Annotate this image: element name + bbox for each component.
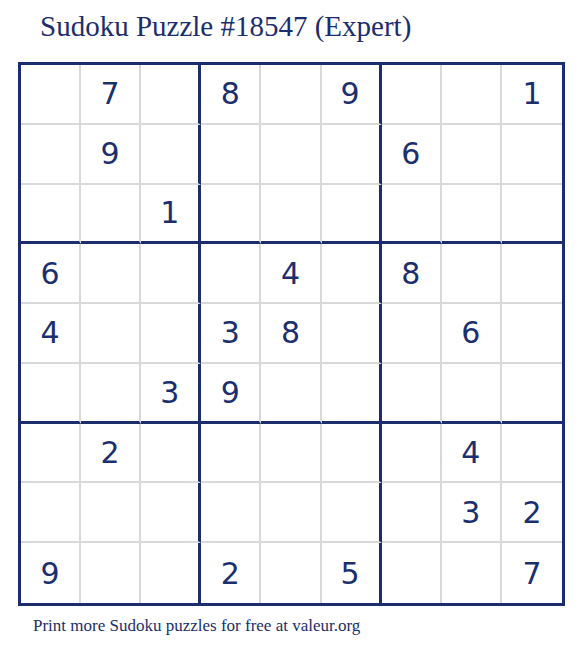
cell-r3c1[interactable] xyxy=(21,185,81,245)
sudoku-grid: 789196164843863924329257 xyxy=(21,65,562,603)
cell-r2c7[interactable]: 6 xyxy=(382,125,442,185)
cell-r5c9[interactable] xyxy=(502,304,562,364)
cell-r8c6[interactable] xyxy=(322,483,382,543)
cell-r2c2[interactable]: 9 xyxy=(81,125,141,185)
cell-r2c5[interactable] xyxy=(261,125,321,185)
cell-r3c4[interactable] xyxy=(201,185,261,245)
cell-r4c9[interactable] xyxy=(502,244,562,304)
cell-r1c6[interactable]: 9 xyxy=(322,65,382,125)
cell-r6c3[interactable]: 3 xyxy=(141,364,201,424)
cell-r4c8[interactable] xyxy=(442,244,502,304)
cell-r7c7[interactable] xyxy=(382,424,442,484)
cell-r5c8[interactable]: 6 xyxy=(442,304,502,364)
cell-r5c2[interactable] xyxy=(81,304,141,364)
cell-r6c1[interactable] xyxy=(21,364,81,424)
cell-r9c3[interactable] xyxy=(141,543,201,603)
cell-r1c4[interactable]: 8 xyxy=(201,65,261,125)
cell-r5c4[interactable]: 3 xyxy=(201,304,261,364)
cell-r7c4[interactable] xyxy=(201,424,261,484)
cell-r5c3[interactable] xyxy=(141,304,201,364)
cell-r7c8[interactable]: 4 xyxy=(442,424,502,484)
cell-r2c1[interactable] xyxy=(21,125,81,185)
cell-r8c8[interactable]: 3 xyxy=(442,483,502,543)
cell-r1c3[interactable] xyxy=(141,65,201,125)
cell-r6c5[interactable] xyxy=(261,364,321,424)
page-title: Sudoku Puzzle #18547 (Expert) xyxy=(40,10,411,43)
cell-r6c8[interactable] xyxy=(442,364,502,424)
cell-r8c3[interactable] xyxy=(141,483,201,543)
cell-r6c9[interactable] xyxy=(502,364,562,424)
cell-r4c7[interactable]: 8 xyxy=(382,244,442,304)
cell-r7c6[interactable] xyxy=(322,424,382,484)
cell-r9c4[interactable]: 2 xyxy=(201,543,261,603)
cell-r8c1[interactable] xyxy=(21,483,81,543)
cell-r1c8[interactable] xyxy=(442,65,502,125)
cell-r3c6[interactable] xyxy=(322,185,382,245)
cell-r5c5[interactable]: 8 xyxy=(261,304,321,364)
cell-r3c3[interactable]: 1 xyxy=(141,185,201,245)
cell-r7c3[interactable] xyxy=(141,424,201,484)
cell-r9c9[interactable]: 7 xyxy=(502,543,562,603)
cell-r4c4[interactable] xyxy=(201,244,261,304)
cell-r2c9[interactable] xyxy=(502,125,562,185)
cell-r1c5[interactable] xyxy=(261,65,321,125)
cell-r6c2[interactable] xyxy=(81,364,141,424)
cell-r9c6[interactable]: 5 xyxy=(322,543,382,603)
cell-r9c5[interactable] xyxy=(261,543,321,603)
sudoku-board-frame: 789196164843863924329257 xyxy=(18,62,565,606)
cell-r1c1[interactable] xyxy=(21,65,81,125)
cell-r2c4[interactable] xyxy=(201,125,261,185)
cell-r4c1[interactable]: 6 xyxy=(21,244,81,304)
cell-r9c8[interactable] xyxy=(442,543,502,603)
cell-r6c7[interactable] xyxy=(382,364,442,424)
cell-r1c7[interactable] xyxy=(382,65,442,125)
cell-r7c5[interactable] xyxy=(261,424,321,484)
cell-r6c4[interactable]: 9 xyxy=(201,364,261,424)
cell-r7c1[interactable] xyxy=(21,424,81,484)
cell-r5c6[interactable] xyxy=(322,304,382,364)
sudoku-page: Sudoku Puzzle #18547 (Expert) 7891961648… xyxy=(0,0,580,651)
cell-r8c7[interactable] xyxy=(382,483,442,543)
cell-r3c8[interactable] xyxy=(442,185,502,245)
cell-r9c1[interactable]: 9 xyxy=(21,543,81,603)
cell-r2c3[interactable] xyxy=(141,125,201,185)
cell-r4c2[interactable] xyxy=(81,244,141,304)
cell-r6c6[interactable] xyxy=(322,364,382,424)
cell-r5c1[interactable]: 4 xyxy=(21,304,81,364)
cell-r4c5[interactable]: 4 xyxy=(261,244,321,304)
cell-r8c2[interactable] xyxy=(81,483,141,543)
cell-r8c5[interactable] xyxy=(261,483,321,543)
cell-r4c3[interactable] xyxy=(141,244,201,304)
cell-r7c9[interactable] xyxy=(502,424,562,484)
cell-r9c7[interactable] xyxy=(382,543,442,603)
cell-r9c2[interactable] xyxy=(81,543,141,603)
cell-r4c6[interactable] xyxy=(322,244,382,304)
cell-r1c9[interactable]: 1 xyxy=(502,65,562,125)
cell-r2c8[interactable] xyxy=(442,125,502,185)
cell-r3c2[interactable] xyxy=(81,185,141,245)
cell-r7c2[interactable]: 2 xyxy=(81,424,141,484)
footer-text: Print more Sudoku puzzles for free at va… xyxy=(33,616,360,636)
cell-r2c6[interactable] xyxy=(322,125,382,185)
cell-r1c2[interactable]: 7 xyxy=(81,65,141,125)
cell-r3c5[interactable] xyxy=(261,185,321,245)
cell-r8c9[interactable]: 2 xyxy=(502,483,562,543)
cell-r8c4[interactable] xyxy=(201,483,261,543)
cell-r3c9[interactable] xyxy=(502,185,562,245)
cell-r5c7[interactable] xyxy=(382,304,442,364)
cell-r3c7[interactable] xyxy=(382,185,442,245)
